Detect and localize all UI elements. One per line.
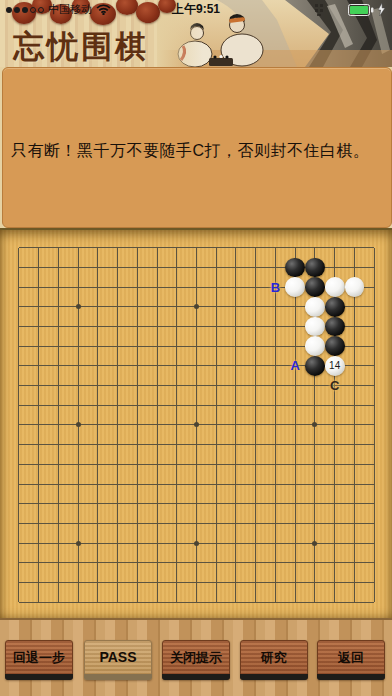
board-cell[interactable] (206, 415, 226, 435)
board-cell[interactable] (305, 238, 325, 258)
board-cell[interactable] (167, 258, 187, 278)
board-cell[interactable] (48, 474, 68, 494)
board-cell[interactable] (187, 258, 207, 278)
board-cell[interactable] (246, 553, 266, 573)
board-cell[interactable] (305, 553, 325, 573)
board-cell[interactable] (88, 455, 108, 475)
board-cell[interactable] (9, 317, 29, 337)
board-cell[interactable] (167, 277, 187, 297)
board-cell[interactable] (108, 415, 128, 435)
board-cell[interactable] (127, 336, 147, 356)
board-cell[interactable] (108, 395, 128, 415)
board-cell[interactable] (345, 514, 365, 534)
board-cell[interactable] (325, 336, 345, 356)
board-cell[interactable] (325, 435, 345, 455)
board-cell[interactable] (187, 277, 207, 297)
board-cell[interactable] (147, 277, 167, 297)
board-cell[interactable] (246, 395, 266, 415)
board-cell[interactable] (305, 592, 325, 612)
board-cell[interactable] (226, 435, 246, 455)
board-cell[interactable] (285, 395, 305, 415)
board-cell[interactable] (88, 415, 108, 435)
board-cell[interactable] (88, 277, 108, 297)
board-cell[interactable] (285, 415, 305, 435)
board-cell[interactable] (226, 277, 246, 297)
board-cell[interactable] (345, 533, 365, 553)
board-cell[interactable] (88, 553, 108, 573)
board-cell[interactable] (108, 336, 128, 356)
board-cell[interactable] (147, 494, 167, 514)
board-cell[interactable] (9, 514, 29, 534)
board-cell[interactable] (246, 533, 266, 553)
board-cell[interactable] (345, 376, 365, 396)
board-cell[interactable] (325, 573, 345, 593)
board-cell[interactable] (68, 494, 88, 514)
board-cell[interactable] (88, 435, 108, 455)
board-cell[interactable] (9, 435, 29, 455)
board-cell[interactable] (285, 533, 305, 553)
board-cell[interactable] (246, 455, 266, 475)
board-cell[interactable] (147, 474, 167, 494)
board-cell[interactable] (48, 415, 68, 435)
board-cell[interactable] (88, 238, 108, 258)
board-cell[interactable] (108, 435, 128, 455)
board-cell[interactable] (88, 395, 108, 415)
board-cell[interactable] (364, 376, 384, 396)
board-cell[interactable] (88, 258, 108, 278)
board-cell[interactable] (68, 455, 88, 475)
board-cell[interactable] (48, 514, 68, 534)
board-cell[interactable] (325, 238, 345, 258)
board-cell[interactable] (48, 533, 68, 553)
board-cell[interactable] (266, 533, 286, 553)
board-cell[interactable] (127, 533, 147, 553)
board-cell[interactable] (305, 277, 325, 297)
board-cell[interactable] (147, 376, 167, 396)
board-cell[interactable] (167, 533, 187, 553)
board-cell[interactable] (9, 553, 29, 573)
board-cell[interactable] (187, 317, 207, 337)
board-cell[interactable] (187, 455, 207, 475)
board-cell[interactable] (48, 553, 68, 573)
board-cell[interactable] (206, 297, 226, 317)
board-cell[interactable] (29, 553, 49, 573)
board-cell[interactable] (345, 336, 365, 356)
board-cell[interactable] (147, 395, 167, 415)
board-cell[interactable] (246, 317, 266, 337)
board-cell[interactable] (88, 514, 108, 534)
board-cell[interactable] (9, 238, 29, 258)
board-cell[interactable] (127, 395, 147, 415)
board-cell[interactable] (29, 277, 49, 297)
board-cell[interactable] (9, 395, 29, 415)
board-cell[interactable] (364, 317, 384, 337)
board-cell[interactable] (147, 415, 167, 435)
board-cell[interactable] (305, 474, 325, 494)
board-cell[interactable] (325, 494, 345, 514)
board-cell[interactable] (48, 277, 68, 297)
board-cell[interactable] (147, 258, 167, 278)
research-button[interactable]: 研究 (240, 640, 308, 680)
board-cell[interactable] (167, 395, 187, 415)
board-cell[interactable] (285, 376, 305, 396)
board-cell[interactable] (364, 336, 384, 356)
board-cell[interactable] (206, 395, 226, 415)
board-cell[interactable] (285, 336, 305, 356)
board-cell[interactable] (364, 474, 384, 494)
board-cell[interactable] (305, 356, 325, 376)
board-cell[interactable] (48, 258, 68, 278)
board-cell[interactable] (127, 435, 147, 455)
board-cell[interactable] (108, 533, 128, 553)
board-cell[interactable] (305, 336, 325, 356)
board-cell[interactable] (29, 573, 49, 593)
board-cell[interactable] (285, 317, 305, 337)
board-cell[interactable] (345, 277, 365, 297)
board-cell[interactable] (226, 238, 246, 258)
board-cell[interactable] (88, 336, 108, 356)
board-cell[interactable] (364, 592, 384, 612)
board-cell[interactable] (48, 435, 68, 455)
board-cell[interactable] (266, 514, 286, 534)
board-cell[interactable] (226, 474, 246, 494)
board-cell[interactable] (325, 395, 345, 415)
board-cell[interactable] (187, 533, 207, 553)
board-cell[interactable] (147, 573, 167, 593)
board-cell[interactable] (187, 494, 207, 514)
board-cell[interactable] (305, 258, 325, 278)
board-cell[interactable] (48, 573, 68, 593)
board-cell[interactable] (345, 474, 365, 494)
board-cell[interactable] (29, 356, 49, 376)
board-cell[interactable] (48, 592, 68, 612)
board-cell[interactable] (29, 494, 49, 514)
board-cell[interactable] (9, 533, 29, 553)
board-cell[interactable] (29, 376, 49, 396)
board-cell[interactable] (325, 553, 345, 573)
board-cell[interactable] (147, 297, 167, 317)
board-cell[interactable] (68, 376, 88, 396)
board-cell[interactable] (285, 573, 305, 593)
board-cell[interactable] (266, 297, 286, 317)
board-cell[interactable] (206, 336, 226, 356)
board-cell[interactable] (108, 553, 128, 573)
board-cell[interactable] (305, 317, 325, 337)
board-cell[interactable] (68, 336, 88, 356)
board-cell[interactable] (345, 553, 365, 573)
board-cell[interactable] (68, 277, 88, 297)
board-cell[interactable] (108, 592, 128, 612)
board-cell[interactable] (305, 435, 325, 455)
board-cell[interactable] (48, 238, 68, 258)
board-cell[interactable] (266, 395, 286, 415)
board-cell[interactable] (108, 455, 128, 475)
board-cell[interactable] (48, 356, 68, 376)
board-cell[interactable] (206, 238, 226, 258)
board-cell[interactable] (29, 533, 49, 553)
board-cell[interactable] (127, 297, 147, 317)
board-cell[interactable] (68, 474, 88, 494)
board-cell[interactable] (108, 238, 128, 258)
board-cell[interactable] (187, 573, 207, 593)
board-cell[interactable] (88, 356, 108, 376)
board-cell[interactable] (305, 395, 325, 415)
board-cell[interactable] (226, 573, 246, 593)
board-cell[interactable] (345, 573, 365, 593)
board-cell[interactable] (187, 395, 207, 415)
board-cell[interactable] (127, 573, 147, 593)
board-cell[interactable] (226, 592, 246, 612)
board-cell[interactable] (266, 592, 286, 612)
board-cell[interactable] (246, 435, 266, 455)
board-cell[interactable] (147, 238, 167, 258)
board-cell[interactable] (285, 553, 305, 573)
board-cell[interactable] (305, 494, 325, 514)
board-cell[interactable] (305, 455, 325, 475)
board-cell[interactable] (9, 258, 29, 278)
board-cell[interactable] (206, 356, 226, 376)
board-cell[interactable] (108, 514, 128, 534)
board-cell[interactable] (29, 474, 49, 494)
board-cell[interactable] (266, 336, 286, 356)
board-cell[interactable] (147, 356, 167, 376)
board-cell[interactable] (325, 258, 345, 278)
board-cell[interactable] (29, 514, 49, 534)
board-cell[interactable] (364, 297, 384, 317)
board-cell[interactable] (325, 514, 345, 534)
board-cell[interactable] (187, 238, 207, 258)
board-cell[interactable] (147, 553, 167, 573)
board-cell[interactable] (127, 238, 147, 258)
board-cell[interactable] (246, 514, 266, 534)
board-cell[interactable] (29, 395, 49, 415)
board-cell[interactable] (206, 376, 226, 396)
board-cell[interactable] (9, 455, 29, 475)
board-cell[interactable] (226, 317, 246, 337)
board-cell[interactable] (364, 455, 384, 475)
board-cell[interactable] (9, 376, 29, 396)
board-cell[interactable] (187, 592, 207, 612)
board-cell[interactable] (266, 474, 286, 494)
board-cell[interactable] (48, 494, 68, 514)
board-cell[interactable] (29, 258, 49, 278)
board-cell[interactable] (48, 297, 68, 317)
board-cell[interactable] (206, 277, 226, 297)
board-cell[interactable] (127, 356, 147, 376)
board-cell[interactable] (226, 415, 246, 435)
board-cell[interactable] (187, 553, 207, 573)
board-cell[interactable] (167, 474, 187, 494)
board-cell[interactable] (9, 277, 29, 297)
board-cell[interactable] (364, 277, 384, 297)
board-cell[interactable] (206, 514, 226, 534)
board-cell[interactable] (285, 592, 305, 612)
board-cell[interactable] (9, 356, 29, 376)
board-cell[interactable] (345, 297, 365, 317)
board-cell[interactable] (266, 573, 286, 593)
board-cell[interactable] (246, 494, 266, 514)
board-cell[interactable]: 14 (325, 356, 345, 376)
board-cell[interactable] (88, 317, 108, 337)
board-cell[interactable] (127, 553, 147, 573)
undo-move-button[interactable]: 回退一步 (5, 640, 73, 680)
board-cell[interactable] (127, 376, 147, 396)
board-cell[interactable] (246, 356, 266, 376)
board-cell[interactable] (108, 258, 128, 278)
board-cell[interactable] (266, 553, 286, 573)
board-cell[interactable] (206, 494, 226, 514)
board-cell[interactable] (108, 474, 128, 494)
board-cell[interactable] (325, 277, 345, 297)
board-cell[interactable] (246, 238, 266, 258)
board-cell[interactable] (29, 592, 49, 612)
board-cell[interactable] (206, 474, 226, 494)
board-cell[interactable] (187, 297, 207, 317)
board-cell[interactable] (108, 317, 128, 337)
board-cell[interactable] (305, 415, 325, 435)
board-cell[interactable] (167, 336, 187, 356)
board-cell[interactable] (9, 494, 29, 514)
board-cell[interactable] (246, 415, 266, 435)
board-cell[interactable] (147, 317, 167, 337)
board-cell[interactable] (266, 317, 286, 337)
board-cell[interactable]: B (266, 277, 286, 297)
board-cell[interactable] (9, 592, 29, 612)
board-cell[interactable] (246, 336, 266, 356)
board-cell[interactable] (364, 573, 384, 593)
board-cell[interactable] (127, 415, 147, 435)
board-cell[interactable] (206, 455, 226, 475)
board-cell[interactable] (167, 435, 187, 455)
board-cell[interactable] (364, 514, 384, 534)
board-cell[interactable] (68, 553, 88, 573)
board-cell[interactable] (147, 435, 167, 455)
board-cell[interactable] (246, 376, 266, 396)
board-cell[interactable] (187, 336, 207, 356)
board-cell[interactable] (285, 238, 305, 258)
board-cell[interactable] (226, 553, 246, 573)
board-cell[interactable] (147, 455, 167, 475)
board-cell[interactable] (167, 356, 187, 376)
board-cell[interactable] (285, 435, 305, 455)
board-cell[interactable] (364, 435, 384, 455)
board-cell[interactable] (9, 297, 29, 317)
board-cell[interactable] (206, 592, 226, 612)
board-cell[interactable] (266, 455, 286, 475)
board-cell[interactable] (206, 317, 226, 337)
board-cell[interactable] (226, 258, 246, 278)
board-cell[interactable] (266, 356, 286, 376)
board-cell[interactable] (285, 455, 305, 475)
board-cell[interactable] (266, 258, 286, 278)
board-cell[interactable] (345, 592, 365, 612)
board-cell[interactable] (68, 514, 88, 534)
board-cell[interactable] (364, 494, 384, 514)
board-cell[interactable] (167, 553, 187, 573)
board-cell[interactable] (48, 455, 68, 475)
board-cell[interactable] (364, 533, 384, 553)
board-cell[interactable] (305, 376, 325, 396)
board-cell[interactable] (167, 415, 187, 435)
board-cell[interactable] (226, 336, 246, 356)
board-cell[interactable] (285, 297, 305, 317)
board-cell[interactable] (364, 553, 384, 573)
board-cell[interactable] (167, 376, 187, 396)
board-cell[interactable] (68, 395, 88, 415)
board-cell[interactable] (108, 494, 128, 514)
board-cell[interactable] (127, 258, 147, 278)
board-cell[interactable] (226, 376, 246, 396)
board-cell[interactable] (108, 356, 128, 376)
board-cell[interactable] (167, 494, 187, 514)
board-cell[interactable] (68, 317, 88, 337)
board-cell[interactable] (88, 533, 108, 553)
board-cell[interactable] (266, 494, 286, 514)
board-cell[interactable] (345, 317, 365, 337)
board-cell[interactable] (305, 533, 325, 553)
board-cell[interactable] (345, 356, 365, 376)
board-cell[interactable] (68, 238, 88, 258)
board-cell[interactable] (127, 277, 147, 297)
board-cell[interactable] (206, 533, 226, 553)
board-cell[interactable] (345, 435, 365, 455)
board-cell[interactable] (345, 415, 365, 435)
board-cell[interactable] (88, 297, 108, 317)
board-cell[interactable] (305, 514, 325, 534)
board-cell[interactable] (206, 553, 226, 573)
board-cell[interactable] (108, 376, 128, 396)
board-cell[interactable] (246, 258, 266, 278)
board-cell[interactable] (167, 592, 187, 612)
board-cell[interactable] (345, 238, 365, 258)
board-cell[interactable] (29, 336, 49, 356)
board-cell[interactable] (29, 455, 49, 475)
board-cell[interactable] (127, 474, 147, 494)
back-button[interactable]: 返回 (317, 640, 385, 680)
board-cell[interactable] (187, 514, 207, 534)
board-cell[interactable] (147, 514, 167, 534)
board-cell[interactable] (167, 514, 187, 534)
board-cell[interactable] (285, 277, 305, 297)
board-cell[interactable] (246, 277, 266, 297)
board-cell[interactable] (127, 317, 147, 337)
board-cell[interactable] (167, 297, 187, 317)
board-cell[interactable] (9, 415, 29, 435)
board-cell[interactable] (364, 356, 384, 376)
board-cell[interactable] (246, 592, 266, 612)
board-cell[interactable]: A (285, 356, 305, 376)
board-cell[interactable] (29, 435, 49, 455)
board-cell[interactable] (167, 573, 187, 593)
board-cell[interactable] (127, 455, 147, 475)
board-cell[interactable] (305, 573, 325, 593)
board-cell[interactable] (226, 297, 246, 317)
board-cell[interactable] (325, 415, 345, 435)
board-cell[interactable] (364, 238, 384, 258)
board-cell[interactable] (246, 573, 266, 593)
board-cell[interactable] (68, 258, 88, 278)
board-cell[interactable] (9, 474, 29, 494)
board-cell[interactable] (108, 573, 128, 593)
board-cell[interactable] (325, 317, 345, 337)
board-cell[interactable] (325, 297, 345, 317)
board-cell[interactable] (88, 573, 108, 593)
board-cell[interactable] (285, 258, 305, 278)
board-cell[interactable] (167, 455, 187, 475)
board-cell[interactable] (68, 573, 88, 593)
board-cell[interactable] (127, 592, 147, 612)
board-cell[interactable] (88, 592, 108, 612)
